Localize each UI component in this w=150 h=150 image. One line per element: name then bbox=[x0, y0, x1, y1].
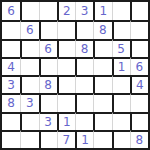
cell-r5c3[interactable]: 8 bbox=[39, 75, 57, 93]
cell-r4c2[interactable] bbox=[20, 57, 38, 75]
cell-r8c6[interactable] bbox=[93, 130, 111, 148]
cell-r3c1[interactable] bbox=[2, 39, 20, 57]
cell-r3c4[interactable] bbox=[57, 39, 75, 57]
cell-r1c7[interactable] bbox=[112, 2, 130, 20]
cell-r6c1[interactable]: 8 bbox=[2, 93, 20, 111]
cell-r6c8[interactable] bbox=[130, 93, 148, 111]
cell-r2c7[interactable] bbox=[112, 20, 130, 38]
cell-r3c8[interactable] bbox=[130, 39, 148, 57]
cell-r7c8[interactable] bbox=[130, 112, 148, 130]
cell-r1c6[interactable]: 1 bbox=[93, 2, 111, 20]
bricks-sudoku-board: 6231686854163848331718 bbox=[0, 0, 150, 150]
cell-r2c8[interactable] bbox=[130, 20, 148, 38]
cell-r2c1[interactable] bbox=[2, 20, 20, 38]
cell-r5c8[interactable]: 4 bbox=[130, 75, 148, 93]
cell-r7c3[interactable]: 3 bbox=[39, 112, 57, 130]
cell-r6c2[interactable]: 3 bbox=[20, 93, 38, 111]
cell-r2c2[interactable]: 6 bbox=[20, 20, 38, 38]
cell-r1c8[interactable] bbox=[130, 2, 148, 20]
cell-r3c2[interactable] bbox=[20, 39, 38, 57]
cell-r1c5[interactable]: 3 bbox=[75, 2, 93, 20]
cell-r8c8[interactable]: 8 bbox=[130, 130, 148, 148]
cell-r7c1[interactable] bbox=[2, 112, 20, 130]
cell-r4c8[interactable]: 6 bbox=[130, 57, 148, 75]
cell-r1c2[interactable] bbox=[20, 2, 38, 20]
cell-r2c5[interactable] bbox=[75, 20, 93, 38]
cell-r3c6[interactable] bbox=[93, 39, 111, 57]
cell-r4c7[interactable]: 1 bbox=[112, 57, 130, 75]
cell-r2c3[interactable] bbox=[39, 20, 57, 38]
cell-r2c6[interactable]: 8 bbox=[93, 20, 111, 38]
cell-r6c5[interactable] bbox=[75, 93, 93, 111]
cell-r7c5[interactable] bbox=[75, 112, 93, 130]
cell-r1c4[interactable]: 2 bbox=[57, 2, 75, 20]
cell-r4c5[interactable] bbox=[75, 57, 93, 75]
cell-r8c5[interactable]: 1 bbox=[75, 130, 93, 148]
cell-r3c3[interactable]: 6 bbox=[39, 39, 57, 57]
cell-r6c7[interactable] bbox=[112, 93, 130, 111]
cell-r4c4[interactable] bbox=[57, 57, 75, 75]
cell-r5c2[interactable] bbox=[20, 75, 38, 93]
cell-r6c6[interactable] bbox=[93, 93, 111, 111]
cell-r5c6[interactable] bbox=[93, 75, 111, 93]
cell-r4c6[interactable] bbox=[93, 57, 111, 75]
cell-r5c5[interactable] bbox=[75, 75, 93, 93]
cell-r7c6[interactable] bbox=[93, 112, 111, 130]
cell-r1c1[interactable]: 6 bbox=[2, 2, 20, 20]
cell-r6c4[interactable] bbox=[57, 93, 75, 111]
cell-r5c1[interactable]: 3 bbox=[2, 75, 20, 93]
cell-r3c7[interactable]: 5 bbox=[112, 39, 130, 57]
cell-r8c2[interactable] bbox=[20, 130, 38, 148]
cell-r7c2[interactable] bbox=[20, 112, 38, 130]
cell-r8c4[interactable]: 7 bbox=[57, 130, 75, 148]
cell-r4c1[interactable]: 4 bbox=[2, 57, 20, 75]
cell-r4c3[interactable] bbox=[39, 57, 57, 75]
cell-r8c7[interactable] bbox=[112, 130, 130, 148]
cell-r2c4[interactable] bbox=[57, 20, 75, 38]
cell-r7c4[interactable]: 1 bbox=[57, 112, 75, 130]
cell-r5c7[interactable] bbox=[112, 75, 130, 93]
cell-r8c1[interactable] bbox=[2, 130, 20, 148]
cell-r8c3[interactable] bbox=[39, 130, 57, 148]
cell-r1c3[interactable] bbox=[39, 2, 57, 20]
cell-r3c5[interactable]: 8 bbox=[75, 39, 93, 57]
cell-r5c4[interactable] bbox=[57, 75, 75, 93]
cell-r6c3[interactable] bbox=[39, 93, 57, 111]
cell-r7c7[interactable] bbox=[112, 112, 130, 130]
